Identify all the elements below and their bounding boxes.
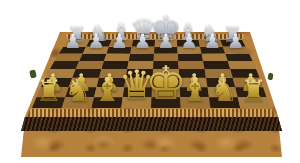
square-g6 xyxy=(202,54,228,62)
piece-gold-knight-g1: ♞ xyxy=(211,75,239,106)
piece-silver-pawn-e7: ♟ xyxy=(157,32,175,52)
piece-silver-pawn-d7: ♟ xyxy=(134,32,152,52)
piece-silver-pawn-c7: ♟ xyxy=(111,32,129,52)
playing-field: ♜♞♝♛♚♝♞♜♟♟♟♟♟♟♟♟♟♟♟♟♟♟♟♟♜♞♝♛♚♝♞♜ xyxy=(0,0,300,163)
piece-silver-pawn-h7: ♟ xyxy=(227,32,245,52)
piece-silver-pawn-g7: ♟ xyxy=(204,32,222,52)
piece-gold-rook-a1: ♜ xyxy=(36,76,63,106)
piece-gold-bishop-f1: ♝ xyxy=(180,73,210,106)
piece-silver-pawn-a7: ♟ xyxy=(64,32,82,52)
piece-silver-pawn-f7: ♟ xyxy=(180,32,198,52)
piece-silver-pawn-b7: ♟ xyxy=(87,32,105,52)
square-c6 xyxy=(104,54,130,62)
square-a6 xyxy=(55,54,83,62)
square-h6 xyxy=(225,54,252,62)
piece-gold-rook-h1: ♜ xyxy=(240,76,267,106)
square-b6 xyxy=(79,54,106,62)
piece-gold-knight-b1: ♞ xyxy=(64,75,92,106)
chess-set-photo: ♜♞♝♛♚♝♞♜♟♟♟♟♟♟♟♟♟♟♟♟♟♟♟♟♜♞♝♛♚♝♞♜ xyxy=(0,0,300,163)
